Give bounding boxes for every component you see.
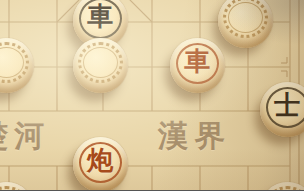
piece-red-cannon-e5[interactable]: 炮 [73, 137, 128, 191]
piece-facedown-e3[interactable] [73, 38, 128, 93]
piece-character: 車 [87, 5, 113, 31]
piece-character: 炮 [87, 149, 113, 175]
piece-red-chariot-g3[interactable]: 車 [170, 38, 225, 93]
piece-character: 車 [184, 50, 210, 76]
piece-character: 士 [274, 94, 300, 120]
facedown-inner-ring [228, 2, 263, 33]
facedown-inner-ring [83, 47, 118, 78]
piece-facedown-h2[interactable] [218, 0, 273, 48]
xiangqi-board[interactable]: 楚河 漢界 車車士炮 [0, 0, 304, 190]
river-label-chu-he: 楚河 [0, 121, 50, 151]
river-label-han-jie: 漢界 [158, 121, 232, 151]
